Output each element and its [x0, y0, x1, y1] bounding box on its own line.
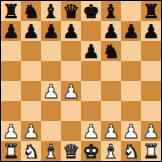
white-queen[interactable]: ♛	[61, 141, 81, 161]
square-b2[interactable]: ♟	[21, 121, 41, 141]
square-d1[interactable]: ♛	[61, 141, 81, 161]
square-a1[interactable]: ♜	[1, 141, 21, 161]
square-b7[interactable]: ♟	[21, 21, 41, 41]
black-knight[interactable]: ♞	[101, 41, 121, 61]
square-f5[interactable]	[101, 61, 121, 81]
black-pawn[interactable]: ♟	[61, 21, 81, 41]
black-pawn[interactable]: ♟	[21, 21, 41, 41]
square-d4[interactable]: ♟	[61, 81, 81, 101]
square-h5[interactable]	[141, 61, 161, 81]
square-h2[interactable]: ♟	[141, 121, 161, 141]
black-pawn[interactable]: ♟	[141, 21, 161, 41]
square-b5[interactable]	[21, 61, 41, 81]
white-king[interactable]: ♚	[81, 141, 101, 161]
square-d8[interactable]: ♛	[61, 1, 81, 21]
square-h8[interactable]: ♜	[141, 1, 161, 21]
square-b8[interactable]: ♞	[21, 1, 41, 21]
black-pawn[interactable]: ♟	[121, 21, 141, 41]
square-b4[interactable]	[21, 81, 41, 101]
square-b6[interactable]	[21, 41, 41, 61]
square-c5[interactable]	[41, 61, 61, 81]
square-c7[interactable]: ♟	[41, 21, 61, 41]
black-knight[interactable]: ♞	[21, 1, 41, 21]
white-pawn[interactable]: ♟	[81, 121, 101, 141]
square-c6[interactable]	[41, 41, 61, 61]
white-pawn[interactable]: ♟	[121, 121, 141, 141]
black-rook[interactable]: ♜	[1, 1, 21, 21]
square-c2[interactable]	[41, 121, 61, 141]
square-e8[interactable]: ♚	[81, 1, 101, 21]
square-h1[interactable]: ♜	[141, 141, 161, 161]
white-pawn[interactable]: ♟	[1, 121, 21, 141]
white-pawn[interactable]: ♟	[101, 121, 121, 141]
black-queen[interactable]: ♛	[61, 1, 81, 21]
square-g5[interactable]	[121, 61, 141, 81]
black-pawn[interactable]: ♟	[101, 21, 121, 41]
square-h3[interactable]	[141, 101, 161, 121]
square-b1[interactable]: ♞	[21, 141, 41, 161]
square-g2[interactable]: ♟	[121, 121, 141, 141]
black-pawn[interactable]: ♟	[81, 41, 101, 61]
square-g1[interactable]: ♞	[121, 141, 141, 161]
black-rook[interactable]: ♜	[141, 1, 161, 21]
square-c1[interactable]: ♝	[41, 141, 61, 161]
square-e1[interactable]: ♚	[81, 141, 101, 161]
square-e2[interactable]: ♟	[81, 121, 101, 141]
square-e4[interactable]	[81, 81, 101, 101]
square-a4[interactable]	[1, 81, 21, 101]
white-rook[interactable]: ♜	[1, 141, 21, 161]
square-g8[interactable]	[121, 1, 141, 21]
white-bishop[interactable]: ♝	[101, 141, 121, 161]
white-pawn[interactable]: ♟	[61, 81, 81, 101]
square-e3[interactable]	[81, 101, 101, 121]
square-b3[interactable]	[21, 101, 41, 121]
square-f6[interactable]: ♞	[101, 41, 121, 61]
square-d2[interactable]	[61, 121, 81, 141]
square-g3[interactable]	[121, 101, 141, 121]
square-h4[interactable]	[141, 81, 161, 101]
square-f1[interactable]: ♝	[101, 141, 121, 161]
black-king[interactable]: ♚	[81, 1, 101, 21]
white-pawn[interactable]: ♟	[141, 121, 161, 141]
square-g4[interactable]	[121, 81, 141, 101]
black-bishop[interactable]: ♝	[101, 1, 121, 21]
black-bishop[interactable]: ♝	[41, 1, 61, 21]
white-pawn[interactable]: ♟	[21, 121, 41, 141]
square-e6[interactable]: ♟	[81, 41, 101, 61]
square-h6[interactable]	[141, 41, 161, 61]
white-knight[interactable]: ♞	[121, 141, 141, 161]
square-h7[interactable]: ♟	[141, 21, 161, 41]
square-d5[interactable]	[61, 61, 81, 81]
square-f7[interactable]: ♟	[101, 21, 121, 41]
square-f2[interactable]: ♟	[101, 121, 121, 141]
square-f4[interactable]	[101, 81, 121, 101]
square-g6[interactable]	[121, 41, 141, 61]
square-c3[interactable]	[41, 101, 61, 121]
square-d6[interactable]	[61, 41, 81, 61]
black-pawn[interactable]: ♟	[41, 21, 61, 41]
black-pawn[interactable]: ♟	[1, 21, 21, 41]
square-f8[interactable]: ♝	[101, 1, 121, 21]
white-knight[interactable]: ♞	[21, 141, 41, 161]
square-a7[interactable]: ♟	[1, 21, 21, 41]
square-a5[interactable]	[1, 61, 21, 81]
square-c4[interactable]: ♟	[41, 81, 61, 101]
square-d7[interactable]: ♟	[61, 21, 81, 41]
white-rook[interactable]: ♜	[141, 141, 161, 161]
square-a6[interactable]	[1, 41, 21, 61]
white-pawn[interactable]: ♟	[41, 81, 61, 101]
square-c8[interactable]: ♝	[41, 1, 61, 21]
chess-board: ♜♞♝♛♚♝♜♟♟♟♟♟♟♟♟♞♟♟♟♟♟♟♟♟♜♞♝♛♚♝♞♜	[0, 0, 162, 162]
square-d3[interactable]	[61, 101, 81, 121]
square-g7[interactable]: ♟	[121, 21, 141, 41]
white-bishop[interactable]: ♝	[41, 141, 61, 161]
square-a8[interactable]: ♜	[1, 1, 21, 21]
square-a3[interactable]	[1, 101, 21, 121]
square-e5[interactable]	[81, 61, 101, 81]
square-e7[interactable]	[81, 21, 101, 41]
square-f3[interactable]	[101, 101, 121, 121]
square-a2[interactable]: ♟	[1, 121, 21, 141]
